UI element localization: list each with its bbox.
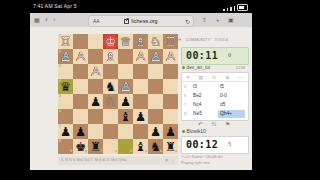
browser-toolbar: ▦ ‹ › AA lichess.org ↻ ⇧ + ▣ <box>30 13 252 28</box>
rank-label: 6 <box>59 110 61 113</box>
lichess-page: lichess.org PLAYPUZZLESLEARNWATCHCOMMUNI… <box>30 27 252 170</box>
white-pawn[interactable]: ♙ <box>88 64 103 79</box>
file-label: f <box>101 150 102 153</box>
white-pawn[interactable]: ♙ <box>118 79 133 94</box>
battery-icon <box>237 4 248 11</box>
move-row: 5f3f5 <box>182 82 248 91</box>
bottom-clock-time: 00:12 <box>186 139 218 150</box>
square-e8[interactable]: e <box>103 139 118 154</box>
square-c5[interactable] <box>133 94 148 109</box>
square-g6[interactable] <box>73 109 88 124</box>
square-c6[interactable]: ♟ <box>133 109 148 124</box>
square-h6[interactable]: 6 <box>58 109 73 124</box>
move-list-toolbar: ≡▤↻⚙⋯ <box>182 73 248 82</box>
square-h2[interactable]: ♙2 <box>58 49 73 64</box>
rank-label: 4 <box>59 80 61 83</box>
top-clock-time: 00:11 <box>186 50 218 61</box>
square-c1[interactable]: ♗ <box>133 34 148 49</box>
square-a5[interactable] <box>163 94 178 109</box>
file-label: d <box>130 150 132 153</box>
move-cell[interactable]: f3 <box>191 83 218 91</box>
status-bar: 7:41 AM Sat Apr 5 <box>30 0 252 13</box>
black-pawn[interactable]: ♟ <box>133 109 148 124</box>
black-knight[interactable]: ♞ <box>103 79 118 94</box>
square-b3[interactable] <box>148 64 163 79</box>
resign-icon[interactable]: ⚑ <box>225 121 230 127</box>
square-a3[interactable] <box>163 64 178 79</box>
move-cell[interactable]: 0-0 <box>218 92 245 100</box>
top-player-rating: 2138 <box>236 65 245 70</box>
move-row: 6Be20-0 <box>182 91 248 100</box>
square-h5[interactable]: 5 <box>58 94 73 109</box>
settings-icon[interactable]: ⚙ <box>225 75 229 80</box>
square-h7[interactable]: ♟7 <box>58 124 73 139</box>
square-d7[interactable] <box>118 124 133 139</box>
new-tab-icon[interactable]: + <box>216 13 220 27</box>
square-d2[interactable] <box>118 49 133 64</box>
top-clock: 00:11 0 <box>181 47 249 65</box>
top-player-name[interactable]: dev_an_tui <box>187 65 210 70</box>
square-e2[interactable]: ♗ <box>103 49 118 64</box>
square-f2[interactable] <box>88 49 103 64</box>
square-b7[interactable]: ♟ <box>148 124 163 139</box>
black-pawn[interactable]: ♟ <box>118 94 133 109</box>
square-e4[interactable]: ♞ <box>103 79 118 94</box>
square-e1[interactable]: ♔ <box>103 34 118 49</box>
site-header: lichess.org PLAYPUZZLESLEARNWATCHCOMMUNI… <box>74 27 232 34</box>
square-g8[interactable]: ♚g <box>73 139 88 154</box>
move-number: 8 <box>182 111 191 116</box>
chart-icon[interactable]: ▤ <box>199 75 203 80</box>
back-icon[interactable]: ‹ <box>45 13 48 27</box>
square-e5[interactable]: ♘ <box>103 94 118 109</box>
square-d3[interactable] <box>118 64 133 79</box>
square-a6[interactable] <box>163 109 178 124</box>
game-actions: ↶½⚑ <box>181 121 247 128</box>
square-c3[interactable] <box>133 64 148 79</box>
white-bishop[interactable]: ♗ <box>103 49 118 64</box>
move-list: 5f3f56Be20-07Nc4d58Ne5Qh4+ <box>182 82 248 118</box>
square-f5[interactable]: ♟ <box>88 94 103 109</box>
square-a1[interactable]: ♖ <box>163 34 178 49</box>
square-f3[interactable]: ♙ <box>88 64 103 79</box>
square-f1[interactable] <box>88 34 103 49</box>
bottom-player[interactable]: Blowik10 <box>182 129 247 135</box>
move-cell[interactable]: d5 <box>218 101 245 109</box>
white-rook[interactable]: ♖ <box>163 34 178 49</box>
online-dot-icon <box>182 130 185 133</box>
square-c7[interactable] <box>133 124 148 139</box>
rank-label: 8 <box>59 140 61 143</box>
white-pawn[interactable]: ♙ <box>148 49 163 64</box>
black-bishop[interactable]: ♝ <box>118 109 133 124</box>
square-c8[interactable]: ♝c <box>133 139 148 154</box>
black-pawn[interactable]: ♟ <box>163 124 178 139</box>
square-f4[interactable] <box>88 79 103 94</box>
square-e6[interactable] <box>103 109 118 124</box>
url-text: lichess.org <box>131 18 157 24</box>
game-status: Playing right now <box>181 160 251 166</box>
status-time: 7:41 AM Sat Apr 5 <box>33 3 77 9</box>
square-c2[interactable]: ♙ <box>133 49 148 64</box>
rank-label: 3 <box>59 65 61 68</box>
move-list-card: ≡▤↻⚙⋯ 5f3f56Be20-07Nc4d58Ne5Qh4+ <box>181 72 249 121</box>
file-label: b <box>160 150 162 153</box>
signal-icon <box>227 8 229 11</box>
online-dot-icon <box>182 66 185 69</box>
move-cell[interactable]: Be2 <box>191 92 218 100</box>
rank-label: 2 <box>59 50 61 53</box>
square-d1[interactable]: ♕ <box>118 34 133 49</box>
status-icons <box>223 4 248 11</box>
square-d8[interactable]: d <box>118 139 133 154</box>
black-pawn[interactable]: ♟ <box>148 124 163 139</box>
file-label: e <box>115 150 117 153</box>
more-icon[interactable]: ⋯ <box>239 75 244 80</box>
move-cell[interactable]: Nc4 <box>191 101 218 109</box>
takeback-icon[interactable]: ↶ <box>198 121 203 127</box>
white-king[interactable]: ♔ <box>103 34 118 49</box>
move-cell[interactable]: Qh4+ <box>218 110 245 118</box>
file-label: h <box>70 150 72 153</box>
file-label: g <box>85 150 87 153</box>
forward-icon[interactable]: › <box>53 13 56 27</box>
square-c4[interactable] <box>133 79 148 94</box>
square-h3[interactable]: 3 <box>58 64 73 79</box>
move-row: 7Nc4d5 <box>182 100 248 109</box>
square-b6[interactable] <box>148 109 163 124</box>
square-a4[interactable] <box>163 79 178 94</box>
square-b1[interactable]: ♘ <box>148 34 163 49</box>
menu-icon[interactable]: ≡ <box>187 75 190 80</box>
square-a2[interactable]: ♙ <box>163 49 178 64</box>
square-b2[interactable]: ♙ <box>148 49 163 64</box>
square-b5[interactable] <box>148 94 163 109</box>
move-row: 8Ne5Qh4+ <box>182 109 248 118</box>
square-f7[interactable] <box>88 124 103 139</box>
sidebar-icon[interactable]: ▦ <box>34 13 40 27</box>
square-a7[interactable]: ♟ <box>163 124 178 139</box>
square-e3[interactable] <box>103 64 118 79</box>
signal-icon <box>223 9 225 11</box>
rank-label: 5 <box>59 95 61 98</box>
tabs-icon[interactable]: ▣ <box>228 13 234 27</box>
square-a8[interactable]: ♜a <box>163 139 178 154</box>
white-bishop[interactable]: ♗ <box>133 34 148 49</box>
file-label: a <box>175 150 177 153</box>
white-pawn[interactable]: ♙ <box>73 49 88 64</box>
square-g2[interactable]: ♙ <box>73 49 88 64</box>
lock-icon <box>124 19 129 24</box>
game-info: ¼+0 • Rated • UltraBullet Playing right … <box>181 154 251 166</box>
move-cell[interactable]: Ne5 <box>191 110 218 118</box>
move-cell[interactable]: f5 <box>218 83 245 91</box>
square-g3[interactable] <box>73 64 88 79</box>
kebab-icon[interactable]: ⋮ <box>171 158 176 164</box>
black-pawn[interactable]: ♟ <box>73 124 88 139</box>
file-label: c <box>145 150 147 153</box>
menu-icon[interactable]: ≡ <box>165 158 168 164</box>
white-queen[interactable]: ♕ <box>118 34 133 49</box>
square-d6[interactable]: ♝ <box>118 109 133 124</box>
chess-board[interactable]: ♖1♔♕♗♘♖♙2♙♗♙♙♙3♙♛4♞♙5♟♘♟6♝♟♟7♟♟♟8h♚g♜fed… <box>58 34 178 154</box>
square-g1[interactable] <box>73 34 88 49</box>
bottom-clock-tenths: 5 <box>228 141 231 147</box>
top-player[interactable]: dev_an_tui 2138 <box>182 65 247 71</box>
square-d4[interactable]: ♙ <box>118 79 133 94</box>
bottom-clock: 00:12 5 <box>181 136 249 154</box>
square-e7[interactable] <box>103 124 118 139</box>
address-bar[interactable]: AA lichess.org ↻ <box>88 15 194 27</box>
white-knight[interactable]: ♘ <box>103 94 118 109</box>
move-number: 6 <box>182 93 191 98</box>
square-h8[interactable]: 8h <box>58 139 73 154</box>
analysis-icon[interactable]: ↻ <box>212 75 216 80</box>
square-d5[interactable]: ♟ <box>118 94 133 109</box>
board-footer: 5. f3 f5 6. Be2 0-0 7. Nc4 d5 8. Ne5 Qh4… <box>58 156 178 165</box>
nav-tools[interactable]: TOOLS <box>214 38 228 42</box>
square-h4[interactable]: ♛4 <box>58 79 73 94</box>
share-icon[interactable]: ⇧ <box>202 13 207 27</box>
signal-icon <box>234 6 236 11</box>
draw-offer-icon[interactable]: ½ <box>212 121 217 127</box>
square-f8[interactable]: ♜f <box>88 139 103 154</box>
bottom-player-name[interactable]: Blowik10 <box>187 129 206 134</box>
nav-community[interactable]: COMMUNITY <box>185 38 210 42</box>
square-f6[interactable] <box>88 109 103 124</box>
refresh-icon[interactable]: ↻ <box>185 18 190 25</box>
ipad-screen: 7:41 AM Sat Apr 5 ▦ ‹ › AA lichess.org ↻… <box>0 0 320 180</box>
rank-label: 7 <box>59 125 61 128</box>
white-knight[interactable]: ♘ <box>148 34 163 49</box>
square-b4[interactable] <box>148 79 163 94</box>
square-h1[interactable]: ♖1 <box>58 34 73 49</box>
black-pawn[interactable]: ♟ <box>88 94 103 109</box>
white-pawn[interactable]: ♙ <box>133 49 148 64</box>
rank-label: 1 <box>59 35 61 38</box>
square-g4[interactable] <box>73 79 88 94</box>
moves-strip: 5. f3 f5 6. Be2 0-0 7. Nc4 d5 8. Ne5 Qh4… <box>61 158 159 162</box>
square-g5[interactable] <box>73 94 88 109</box>
square-g7[interactable]: ♟ <box>73 124 88 139</box>
white-pawn[interactable]: ♙ <box>163 49 178 64</box>
move-number: 5 <box>182 84 191 89</box>
top-clock-tenths: 0 <box>228 52 231 58</box>
move-number: 7 <box>182 102 191 107</box>
signal-icon <box>230 7 232 11</box>
square-b8[interactable]: ♞b <box>148 139 163 154</box>
